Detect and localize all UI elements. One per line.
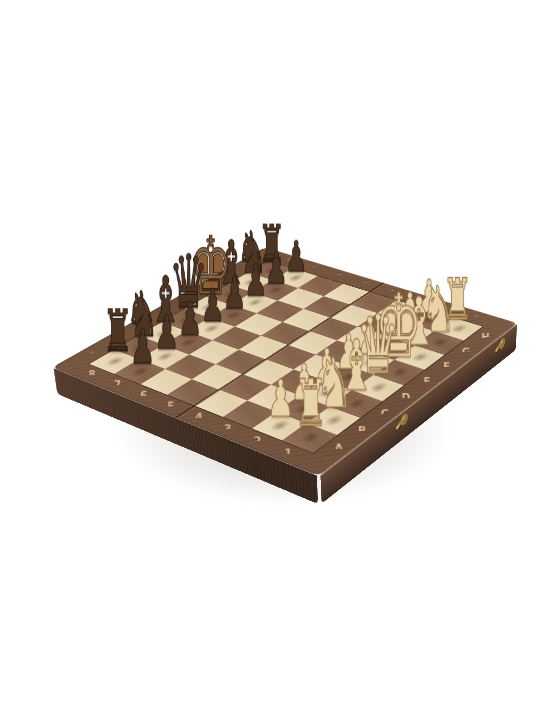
rank-label-5: 5 (167, 401, 174, 413)
rank-label-1: 1 (284, 448, 292, 461)
file-label-h: H (481, 332, 489, 343)
piece-shadow (98, 353, 131, 370)
rank-label-5: 5 (362, 282, 367, 284)
piece-shadow (262, 416, 297, 436)
rank-label-7: 7 (311, 266, 316, 268)
rank-label-6: 6 (140, 390, 147, 402)
file-label-a: A (88, 351, 94, 353)
brass-clasp-icon (395, 412, 407, 435)
file-label-a: A (334, 443, 343, 456)
rank-label-3: 3 (224, 423, 232, 435)
rank-label-4: 4 (195, 412, 203, 424)
file-label-c: C (380, 408, 388, 420)
file-label-g: G (462, 346, 470, 357)
rank-label-7: 7 (114, 379, 121, 390)
file-label-e: E (423, 376, 430, 388)
rank-label-6: 6 (336, 274, 341, 276)
rank-label-2: 2 (253, 435, 261, 447)
brass-clasp-icon (495, 336, 506, 356)
file-label-f: F (443, 361, 450, 372)
file-label-b: B (357, 425, 366, 437)
file-label-d: D (401, 392, 410, 404)
chess-set-product-photo: ABCDEFGH 87654321 87654321 ABCDEFGH ♜♞♝♛… (0, 0, 540, 720)
rank-label-1: 1 (473, 315, 478, 317)
piece-shadow (292, 428, 327, 448)
rank-label-8: 8 (88, 369, 95, 380)
